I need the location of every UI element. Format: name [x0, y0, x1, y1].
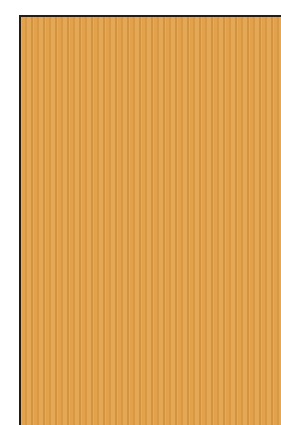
go-diagram [0, 0, 281, 425]
board-top-edge [19, 15, 281, 17]
go-board[interactable] [19, 15, 281, 425]
board-left-edge [19, 15, 21, 425]
